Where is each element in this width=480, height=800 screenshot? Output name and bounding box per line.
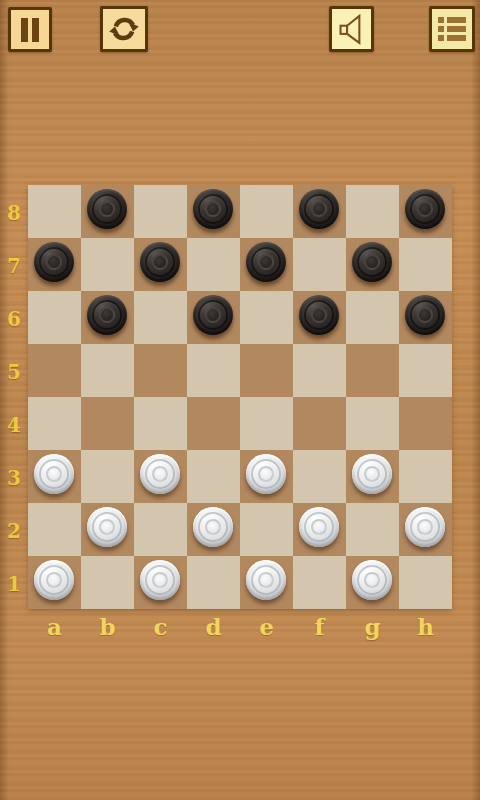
square-a8[interactable] [28,185,81,238]
menu-button[interactable] [429,6,475,52]
black-piece-f8[interactable] [299,189,339,229]
square-a1[interactable] [28,556,81,609]
white-piece-d2[interactable] [193,507,233,547]
white-piece-b2[interactable] [87,507,127,547]
square-e3[interactable] [240,450,293,503]
square-b2[interactable] [81,503,134,556]
rank-label-7: 7 [0,238,28,291]
square-h3[interactable] [399,450,452,503]
file-label-e: e [240,611,293,643]
rank-label-5: 5 [0,344,28,397]
file-label-d: d [187,611,240,643]
square-g6[interactable] [346,291,399,344]
file-label-a: a [28,611,81,643]
square-b7[interactable] [81,238,134,291]
square-d2[interactable] [187,503,240,556]
square-f2[interactable] [293,503,346,556]
white-piece-a1[interactable] [34,560,74,600]
file-label-b: b [81,611,134,643]
square-b8[interactable] [81,185,134,238]
square-c8[interactable] [134,185,187,238]
black-piece-c7[interactable] [140,242,180,282]
square-g7[interactable] [346,238,399,291]
file-label-g: g [346,611,399,643]
square-a7[interactable] [28,238,81,291]
restart-button[interactable] [100,6,148,52]
square-e1[interactable] [240,556,293,609]
black-piece-h6[interactable] [405,295,445,335]
white-piece-c1[interactable] [140,560,180,600]
file-label-c: c [134,611,187,643]
square-g4[interactable] [346,397,399,450]
rank-labels: 87654321 [0,185,28,609]
square-f6[interactable] [293,291,346,344]
refresh-icon [106,11,142,47]
square-h6[interactable] [399,291,452,344]
square-g5[interactable] [346,344,399,397]
square-g1[interactable] [346,556,399,609]
square-f7[interactable] [293,238,346,291]
white-piece-h2[interactable] [405,507,445,547]
square-b6[interactable] [81,291,134,344]
square-f1[interactable] [293,556,346,609]
black-piece-f6[interactable] [299,295,339,335]
square-e7[interactable] [240,238,293,291]
square-f5[interactable] [293,344,346,397]
square-c6[interactable] [134,291,187,344]
square-e8[interactable] [240,185,293,238]
white-piece-g3[interactable] [352,454,392,494]
square-f3[interactable] [293,450,346,503]
file-labels: abcdefgh [28,611,452,643]
square-h1[interactable] [399,556,452,609]
black-piece-d8[interactable] [193,189,233,229]
square-h7[interactable] [399,238,452,291]
square-h8[interactable] [399,185,452,238]
square-d4[interactable] [187,397,240,450]
square-c7[interactable] [134,238,187,291]
speaker-icon [334,10,370,48]
square-e4[interactable] [240,397,293,450]
square-d6[interactable] [187,291,240,344]
white-piece-e3[interactable] [246,454,286,494]
square-c4[interactable] [134,397,187,450]
rank-label-3: 3 [0,450,28,503]
white-piece-a3[interactable] [34,454,74,494]
square-b4[interactable] [81,397,134,450]
board [28,185,452,609]
square-a4[interactable] [28,397,81,450]
square-f8[interactable] [293,185,346,238]
white-piece-c3[interactable] [140,454,180,494]
square-g8[interactable] [346,185,399,238]
square-e2[interactable] [240,503,293,556]
black-piece-g7[interactable] [352,242,392,282]
square-d8[interactable] [187,185,240,238]
rank-label-1: 1 [0,556,28,609]
black-piece-d6[interactable] [193,295,233,335]
white-piece-f2[interactable] [299,507,339,547]
square-d1[interactable] [187,556,240,609]
black-piece-b8[interactable] [87,189,127,229]
square-e5[interactable] [240,344,293,397]
square-e6[interactable] [240,291,293,344]
rank-label-4: 4 [0,397,28,450]
square-c5[interactable] [134,344,187,397]
square-a2[interactable] [28,503,81,556]
white-piece-g1[interactable] [352,560,392,600]
sound-button[interactable] [329,6,374,52]
black-piece-e7[interactable] [246,242,286,282]
pause-button[interactable] [8,7,52,52]
square-f4[interactable] [293,397,346,450]
square-g2[interactable] [346,503,399,556]
black-piece-b6[interactable] [87,295,127,335]
square-h2[interactable] [399,503,452,556]
square-d5[interactable] [187,344,240,397]
rank-label-6: 6 [0,291,28,344]
square-h4[interactable] [399,397,452,450]
square-b3[interactable] [81,450,134,503]
game-screen: 87654321 abcdefgh [0,0,480,800]
square-a3[interactable] [28,450,81,503]
file-label-f: f [293,611,346,643]
square-a5[interactable] [28,344,81,397]
square-d3[interactable] [187,450,240,503]
rank-label-2: 2 [0,503,28,556]
file-label-h: h [399,611,452,643]
square-h5[interactable] [399,344,452,397]
square-c2[interactable] [134,503,187,556]
square-b1[interactable] [81,556,134,609]
square-a6[interactable] [28,291,81,344]
rank-label-8: 8 [0,185,28,238]
square-c1[interactable] [134,556,187,609]
pause-icon [16,16,44,44]
square-b5[interactable] [81,344,134,397]
square-c3[interactable] [134,450,187,503]
menu-icon [436,13,468,45]
black-piece-h8[interactable] [405,189,445,229]
square-g3[interactable] [346,450,399,503]
black-piece-a7[interactable] [34,242,74,282]
square-d7[interactable] [187,238,240,291]
white-piece-e1[interactable] [246,560,286,600]
